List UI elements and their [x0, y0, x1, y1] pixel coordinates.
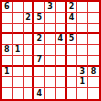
cell-r7c7[interactable]: [67, 67, 78, 78]
sudoku-puzzle: 63225424581713814: [0, 0, 101, 101]
cell-r7c2[interactable]: [13, 67, 24, 78]
cell-r7c8[interactable]: 3: [77, 67, 88, 78]
cell-r8c6[interactable]: [56, 77, 67, 88]
cell-r1c6[interactable]: [56, 2, 67, 13]
cell-r3c6[interactable]: [56, 24, 67, 35]
cell-r1c9[interactable]: [88, 2, 99, 13]
cell-r8c9[interactable]: [88, 77, 99, 88]
cell-r3c5[interactable]: [45, 24, 56, 35]
cell-r2c6[interactable]: [56, 13, 67, 24]
cell-r8c3[interactable]: [24, 77, 35, 88]
cell-r4c9[interactable]: [88, 34, 99, 45]
cell-r5c3[interactable]: [24, 45, 35, 56]
cell-r4c1[interactable]: [2, 34, 13, 45]
given-digit: 4: [69, 14, 75, 22]
cell-r6c4[interactable]: 7: [34, 56, 45, 67]
cell-r4c4[interactable]: 2: [34, 34, 45, 45]
cell-r8c8[interactable]: 1: [77, 77, 88, 88]
cell-r4c5[interactable]: [45, 34, 56, 45]
cell-r9c4[interactable]: 4: [34, 88, 45, 99]
cell-r6c2[interactable]: [13, 56, 24, 67]
cell-r7c4[interactable]: [34, 67, 45, 78]
cell-r5c6[interactable]: [56, 45, 67, 56]
cell-r3c8[interactable]: [77, 24, 88, 35]
given-digit: 2: [25, 14, 31, 22]
cell-r3c2[interactable]: [13, 24, 24, 35]
cell-r2c8[interactable]: [77, 13, 88, 24]
given-digit: 4: [36, 90, 42, 98]
cell-r9c3[interactable]: [24, 88, 35, 99]
cell-r1c4[interactable]: [34, 2, 45, 13]
cell-r4c3[interactable]: [24, 34, 35, 45]
cell-r5c2[interactable]: 1: [13, 45, 24, 56]
given-digit: 1: [4, 68, 10, 76]
cell-r2c7[interactable]: 4: [67, 13, 78, 24]
cell-r2c5[interactable]: [45, 13, 56, 24]
cell-r9c7[interactable]: [67, 88, 78, 99]
cell-r9c1[interactable]: [2, 88, 13, 99]
cell-r7c6[interactable]: [56, 67, 67, 78]
cell-r6c5[interactable]: [45, 56, 56, 67]
cell-r4c8[interactable]: [77, 34, 88, 45]
cell-r9c9[interactable]: [88, 88, 99, 99]
cell-r1c8[interactable]: [77, 2, 88, 13]
cell-r6c3[interactable]: [24, 56, 35, 67]
given-digit: 1: [80, 78, 86, 86]
cell-r6c7[interactable]: [67, 56, 78, 67]
cell-r5c4[interactable]: [34, 45, 45, 56]
cell-r7c9[interactable]: 8: [88, 67, 99, 78]
cell-r8c5[interactable]: [45, 77, 56, 88]
given-digit: 2: [36, 35, 42, 43]
given-digit: 4: [57, 35, 63, 43]
given-digit: 5: [69, 35, 75, 43]
cell-r1c7[interactable]: 2: [67, 2, 78, 13]
cell-r8c7[interactable]: [67, 77, 78, 88]
given-digit: 3: [80, 68, 86, 76]
cell-r2c2[interactable]: [13, 13, 24, 24]
cell-r2c9[interactable]: [88, 13, 99, 24]
cell-r2c3[interactable]: 2: [24, 13, 35, 24]
cell-r5c9[interactable]: [88, 45, 99, 56]
cell-r4c2[interactable]: [13, 34, 24, 45]
cell-r8c2[interactable]: [13, 77, 24, 88]
cell-r9c8[interactable]: [77, 88, 88, 99]
cell-r2c1[interactable]: [2, 13, 13, 24]
given-digit: 7: [36, 56, 42, 64]
cell-r9c6[interactable]: [56, 88, 67, 99]
cell-r8c1[interactable]: [2, 77, 13, 88]
cell-r6c9[interactable]: [88, 56, 99, 67]
cell-r3c3[interactable]: [24, 24, 35, 35]
cell-r2c4[interactable]: 5: [34, 13, 45, 24]
cell-r6c8[interactable]: [77, 56, 88, 67]
cell-r7c5[interactable]: [45, 67, 56, 78]
given-digit: 6: [4, 3, 10, 11]
given-digit: 5: [36, 14, 42, 22]
cell-r5c5[interactable]: [45, 45, 56, 56]
cell-r1c3[interactable]: [24, 2, 35, 13]
given-digit: 8: [91, 68, 97, 76]
cell-r7c3[interactable]: [24, 67, 35, 78]
cell-r6c6[interactable]: [56, 56, 67, 67]
cell-r5c1[interactable]: 8: [2, 45, 13, 56]
cell-r3c9[interactable]: [88, 24, 99, 35]
given-digit: 2: [69, 3, 75, 11]
cell-r9c5[interactable]: [45, 88, 56, 99]
cell-r4c7[interactable]: 5: [67, 34, 78, 45]
sudoku-board: 63225424581713814: [0, 0, 101, 101]
cell-r5c7[interactable]: [67, 45, 78, 56]
given-digit: 8: [4, 46, 10, 54]
cell-r1c1[interactable]: 6: [2, 2, 13, 13]
cell-r5c8[interactable]: [77, 45, 88, 56]
cell-r3c4[interactable]: [34, 24, 45, 35]
cell-r7c1[interactable]: 1: [2, 67, 13, 78]
cell-r4c6[interactable]: 4: [56, 34, 67, 45]
given-digit: 3: [47, 3, 53, 11]
cell-r3c7[interactable]: [67, 24, 78, 35]
cell-r9c2[interactable]: [13, 88, 24, 99]
cell-r8c4[interactable]: [34, 77, 45, 88]
cell-r1c2[interactable]: [13, 2, 24, 13]
given-digit: 1: [15, 46, 21, 54]
cell-r3c1[interactable]: [2, 24, 13, 35]
cell-r1c5[interactable]: 3: [45, 2, 56, 13]
cell-r6c1[interactable]: [2, 56, 13, 67]
